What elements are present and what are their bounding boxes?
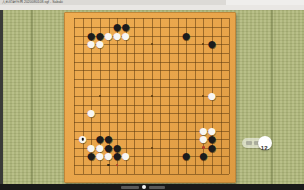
grid-line: [229, 18, 230, 173]
grid-line: [178, 18, 179, 173]
white-stone[interactable]: ●: [121, 151, 131, 161]
white-stone[interactable]: ●: [207, 126, 217, 136]
tatami-seam: [31, 10, 33, 184]
white-stone[interactable]: ●: [198, 134, 208, 144]
app-window: 人机精解对局 2020080108.sgf - Sabaki 文件棋局编辑工具视…: [0, 0, 304, 190]
white-stone[interactable]: ●: [207, 91, 217, 101]
white-stone[interactable]: ●: [104, 151, 114, 161]
grid-line: [195, 18, 196, 173]
black-stone[interactable]: ●: [207, 39, 217, 49]
red-dot-marker: [202, 146, 205, 149]
star-point: [202, 95, 204, 97]
black-stone[interactable]: ●: [181, 31, 191, 41]
tatami-seam: [271, 10, 273, 184]
grid-line: [74, 174, 229, 175]
faint-label: [246, 141, 252, 145]
go-board[interactable]: ●●●●●●●●●●●●●●●●●●●●●●●●●●●●●●●●: [64, 12, 236, 183]
star-point: [202, 43, 204, 45]
move-number-label: 12.: [261, 145, 269, 151]
star-point: [151, 147, 153, 149]
status-text-left: [121, 186, 139, 189]
grid-line: [74, 105, 229, 106]
star-point: [99, 95, 101, 97]
status-bar: [0, 184, 304, 190]
grid-line: [74, 165, 229, 166]
white-stone[interactable]: ●: [95, 39, 105, 49]
white-stone[interactable]: ●: [121, 31, 131, 41]
white-stone-icon: [142, 185, 146, 189]
grid-line: [74, 113, 229, 114]
tatami-background: ●●●●●●●●●●●●●●●●●●●●●●●●●●●●●●●● 12.: [0, 10, 304, 184]
grid-line: [169, 18, 170, 173]
status-text-right: [149, 186, 165, 189]
star-point: [151, 43, 153, 45]
window-left-edge: [0, 10, 3, 184]
black-stone[interactable]: ●: [207, 143, 217, 153]
black-stone[interactable]: ●: [198, 151, 208, 161]
white-stone[interactable]: ●: [86, 108, 96, 118]
black-stone[interactable]: ●: [181, 151, 191, 161]
move-number-badge: 12.: [258, 136, 272, 150]
star-point: [151, 95, 153, 97]
grid-line: [221, 18, 222, 173]
grid-line: [160, 18, 161, 173]
grid-line: [74, 122, 229, 123]
